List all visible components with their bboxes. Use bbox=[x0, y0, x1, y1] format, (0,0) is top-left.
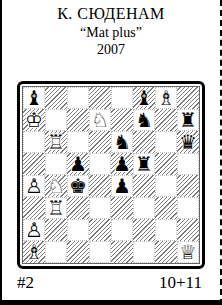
square-h6: ♛ bbox=[177, 131, 199, 153]
piece-wB-g8: ♝♗ bbox=[157, 88, 175, 108]
square-c2 bbox=[67, 219, 89, 241]
source-year: 2007 bbox=[2, 42, 220, 58]
material-count: 10+11 bbox=[159, 273, 202, 293]
square-f2 bbox=[133, 219, 155, 241]
source-title: “Mat plus” bbox=[2, 25, 220, 41]
square-g5 bbox=[155, 153, 177, 175]
square-f3 bbox=[133, 197, 155, 219]
square-g7 bbox=[155, 109, 177, 131]
piece-wP-a4: ♟♙ bbox=[25, 176, 43, 196]
square-d1 bbox=[89, 241, 111, 263]
piece-bR-h7: ♜ bbox=[179, 110, 197, 130]
square-c8 bbox=[67, 87, 89, 109]
piece-bN-e6: ♞ bbox=[113, 132, 131, 152]
piece-wR-b3: ♜♖ bbox=[47, 198, 65, 218]
square-b8 bbox=[45, 87, 67, 109]
square-b4: ♞♘ bbox=[45, 175, 67, 197]
square-d6 bbox=[89, 131, 111, 153]
square-a2: ♟♙ bbox=[23, 219, 45, 241]
square-d5 bbox=[89, 153, 111, 175]
piece-wQ-h1: ♛♕ bbox=[179, 242, 197, 262]
square-b2 bbox=[45, 219, 67, 241]
stipulation: #2 bbox=[17, 273, 34, 293]
square-c6 bbox=[67, 131, 89, 153]
square-h7: ♜ bbox=[177, 109, 199, 131]
square-b1 bbox=[45, 241, 67, 263]
board: ♝♝♝♗♚♔♞♘♞♜♜♖♞♛♟♟♜♟♙♞♘♚♟♜♖♟♙♝♗♛♕ bbox=[22, 86, 200, 264]
square-a7: ♚♔ bbox=[23, 109, 45, 131]
square-e1 bbox=[111, 241, 133, 263]
square-g4 bbox=[155, 175, 177, 197]
square-f5: ♜ bbox=[133, 153, 155, 175]
square-e7 bbox=[111, 109, 133, 131]
piece-bK-c4: ♚ bbox=[69, 176, 87, 196]
square-e4: ♟ bbox=[111, 175, 133, 197]
square-b3: ♜♖ bbox=[45, 197, 67, 219]
square-b7 bbox=[45, 109, 67, 131]
piece-bR-f5: ♜ bbox=[135, 154, 153, 174]
square-a4: ♟♙ bbox=[23, 175, 45, 197]
problem-header: К. СЮДЕНАМ “Mat plus” 2007 bbox=[2, 0, 220, 58]
piece-wP-a2: ♟♙ bbox=[25, 220, 43, 240]
square-b6: ♜♖ bbox=[45, 131, 67, 153]
piece-bP-c5: ♟ bbox=[69, 154, 87, 174]
square-g3 bbox=[155, 197, 177, 219]
chessboard-frame: ♝♝♝♗♚♔♞♘♞♜♜♖♞♛♟♟♜♟♙♞♘♚♟♜♖♟♙♝♗♛♕ bbox=[17, 81, 205, 269]
piece-wN-d7: ♞♘ bbox=[91, 110, 109, 130]
square-e3 bbox=[111, 197, 133, 219]
piece-wN-b4: ♞♘ bbox=[47, 176, 65, 196]
square-a8: ♝ bbox=[23, 87, 45, 109]
square-c7 bbox=[67, 109, 89, 131]
piece-bP-e4: ♟ bbox=[113, 176, 131, 196]
square-h5 bbox=[177, 153, 199, 175]
square-h1: ♛♕ bbox=[177, 241, 199, 263]
author-name: К. СЮДЕНАМ bbox=[2, 5, 220, 23]
square-e8 bbox=[111, 87, 133, 109]
page: К. СЮДЕНАМ “Mat plus” 2007 ♝♝♝♗♚♔♞♘♞♜♜♖♞… bbox=[0, 0, 222, 305]
square-g2 bbox=[155, 219, 177, 241]
square-c5: ♟ bbox=[67, 153, 89, 175]
square-a1: ♝♗ bbox=[23, 241, 45, 263]
square-g8: ♝♗ bbox=[155, 87, 177, 109]
square-d3 bbox=[89, 197, 111, 219]
piece-bQ-h6: ♛ bbox=[179, 132, 197, 152]
square-c3 bbox=[67, 197, 89, 219]
square-h2 bbox=[177, 219, 199, 241]
square-e5: ♟ bbox=[111, 153, 133, 175]
square-f4 bbox=[133, 175, 155, 197]
square-g1 bbox=[155, 241, 177, 263]
square-a3 bbox=[23, 197, 45, 219]
piece-wK-a7: ♚♔ bbox=[25, 110, 43, 130]
square-f1 bbox=[133, 241, 155, 263]
square-g6 bbox=[155, 131, 177, 153]
square-d2 bbox=[89, 219, 111, 241]
square-d8 bbox=[89, 87, 111, 109]
piece-wR-b6: ♜♖ bbox=[47, 132, 65, 152]
square-f7: ♞ bbox=[133, 109, 155, 131]
square-e2 bbox=[111, 219, 133, 241]
piece-bN-f7: ♞ bbox=[135, 110, 153, 130]
square-c1 bbox=[67, 241, 89, 263]
square-a5 bbox=[23, 153, 45, 175]
square-c4: ♚ bbox=[67, 175, 89, 197]
square-a6 bbox=[23, 131, 45, 153]
square-e6: ♞ bbox=[111, 131, 133, 153]
square-h4 bbox=[177, 175, 199, 197]
square-d4 bbox=[89, 175, 111, 197]
piece-wB-a1: ♝♗ bbox=[25, 242, 43, 262]
square-f6 bbox=[133, 131, 155, 153]
piece-bB-a8: ♝ bbox=[25, 88, 43, 108]
square-d7: ♞♘ bbox=[89, 109, 111, 131]
square-h8 bbox=[177, 87, 199, 109]
square-f8: ♝ bbox=[133, 87, 155, 109]
square-h3 bbox=[177, 197, 199, 219]
caption-row: #2 10+11 bbox=[2, 273, 220, 293]
piece-bP-e5: ♟ bbox=[113, 154, 131, 174]
square-b5 bbox=[45, 153, 67, 175]
piece-bB-f8: ♝ bbox=[135, 88, 153, 108]
